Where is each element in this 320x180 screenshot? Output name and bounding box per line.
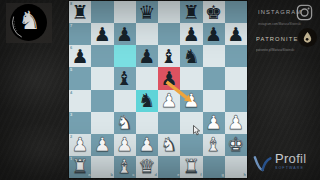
- channel-logo-tile: ♞: [6, 3, 52, 43]
- white-king-h2[interactable]: ♚: [227, 135, 244, 154]
- white-pawn-a2[interactable]: ♟: [72, 135, 89, 154]
- square-c2[interactable]: ♟: [114, 134, 136, 156]
- square-a1[interactable]: 1a♜: [69, 156, 91, 178]
- square-f1[interactable]: f♜: [180, 156, 202, 178]
- black-bishop-c5[interactable]: ♝: [116, 68, 133, 87]
- square-c7[interactable]: ♟: [114, 23, 136, 45]
- white-pawn-d2[interactable]: ♟: [138, 135, 155, 154]
- patronite-droplet-icon: [298, 28, 317, 47]
- white-knight-e2[interactable]: ♞: [161, 135, 178, 154]
- rank-label-5: 5: [70, 68, 72, 72]
- rank-label-3: 3: [70, 113, 72, 117]
- white-rook-f1[interactable]: ♜: [183, 157, 200, 176]
- black-knight-d4[interactable]: ♞: [138, 91, 155, 110]
- black-king-g8[interactable]: ♚: [205, 2, 222, 21]
- instagram-icon: [296, 4, 313, 21]
- square-f4[interactable]: ♟: [180, 90, 202, 112]
- board-grid[interactable]: 8♜♛♜♚7♟♟♟♟♟6♟♟♝♞5♝♟4♞♟♟3♞♟♟2♟♟♟♟♞♝♚1a♜bc…: [69, 1, 247, 178]
- square-h7[interactable]: ♟: [225, 23, 247, 45]
- square-c3[interactable]: ♞: [114, 112, 136, 134]
- square-g7[interactable]: ♟: [203, 23, 225, 45]
- square-a5[interactable]: 5: [69, 67, 91, 89]
- file-label-g: g: [221, 173, 223, 177]
- square-f8[interactable]: ♜: [180, 1, 202, 23]
- white-pawn-e4[interactable]: ♟: [161, 91, 178, 110]
- square-g8[interactable]: ♚: [203, 1, 225, 23]
- square-g3[interactable]: ♟: [203, 112, 225, 134]
- white-pawn-f4[interactable]: ♟: [183, 91, 200, 110]
- white-knight-c3[interactable]: ♞: [116, 113, 133, 132]
- square-g5[interactable]: [203, 67, 225, 89]
- black-pawn-b7[interactable]: ♟: [94, 24, 111, 43]
- square-e4[interactable]: ♟: [158, 90, 180, 112]
- black-pawn-e5[interactable]: ♟: [161, 68, 178, 87]
- rank-label-7: 7: [70, 24, 72, 28]
- white-pawn-c2[interactable]: ♟: [116, 135, 133, 154]
- square-f6[interactable]: ♞: [180, 45, 202, 67]
- square-f5[interactable]: [180, 67, 202, 89]
- square-b5[interactable]: [91, 67, 113, 89]
- square-h6[interactable]: [225, 45, 247, 67]
- black-rook-f8[interactable]: ♜: [183, 2, 200, 21]
- black-pawn-h7[interactable]: ♟: [227, 24, 244, 43]
- square-h3[interactable]: ♟: [225, 112, 247, 134]
- square-c4[interactable]: [114, 90, 136, 112]
- square-c8[interactable]: [114, 1, 136, 23]
- square-b2[interactable]: ♟: [91, 134, 113, 156]
- square-e1[interactable]: e: [158, 156, 180, 178]
- square-h8[interactable]: [225, 1, 247, 23]
- square-f7[interactable]: ♟: [180, 23, 202, 45]
- square-a8[interactable]: 8♜: [69, 1, 91, 23]
- file-label-f: f: [200, 173, 201, 177]
- square-d1[interactable]: d♛: [136, 156, 158, 178]
- square-b1[interactable]: b: [91, 156, 113, 178]
- black-pawn-f7[interactable]: ♟: [183, 24, 200, 43]
- square-e2[interactable]: ♞: [158, 134, 180, 156]
- square-e7[interactable]: [158, 23, 180, 45]
- knight-logo-icon: ♞: [18, 8, 40, 33]
- patronite-label: PATRONITE: [256, 36, 298, 42]
- square-d6[interactable]: ♟: [136, 45, 158, 67]
- sponsor-subtitle: SOFTWARE: [275, 166, 304, 170]
- instagram-url: instagram.com/MariuszSliwinski: [258, 22, 301, 25]
- black-rook-a8[interactable]: ♜: [72, 2, 89, 21]
- white-bishop-c1[interactable]: ♝: [116, 157, 133, 176]
- square-h5[interactable]: [225, 67, 247, 89]
- white-rook-a1[interactable]: ♜: [72, 157, 89, 176]
- black-pawn-a6[interactable]: ♟: [72, 46, 89, 65]
- channel-logo: ♞: [10, 4, 47, 41]
- black-bishop-e6[interactable]: ♝: [161, 46, 178, 65]
- black-pawn-d6[interactable]: ♟: [138, 46, 155, 65]
- square-g2[interactable]: ♝: [203, 134, 225, 156]
- video-frame: ♞ 8♜♛♜♚7♟♟♟♟♟6♟♟♝♞5♝♟4♞♟♟3♞♟♟2♟♟♟♟♞♝♚1a♜…: [0, 0, 320, 180]
- square-a7[interactable]: 7: [69, 23, 91, 45]
- square-d7[interactable]: [136, 23, 158, 45]
- square-b8[interactable]: [91, 1, 113, 23]
- square-c6[interactable]: [114, 45, 136, 67]
- square-d2[interactable]: ♟: [136, 134, 158, 156]
- patronite-url: patronite.pl/MariuszSliwinski: [256, 48, 294, 51]
- profil-swoosh-icon: [252, 154, 273, 174]
- square-b7[interactable]: ♟: [91, 23, 113, 45]
- white-pawn-h3[interactable]: ♟: [227, 113, 244, 132]
- square-a3[interactable]: 3: [69, 112, 91, 134]
- square-h2[interactable]: ♚: [225, 134, 247, 156]
- square-h1[interactable]: h: [225, 156, 247, 178]
- black-knight-f6[interactable]: ♞: [183, 46, 200, 65]
- file-label-h: h: [244, 173, 246, 177]
- white-queen-d1[interactable]: ♛: [138, 157, 155, 176]
- square-g6[interactable]: [203, 45, 225, 67]
- square-f3[interactable]: [180, 112, 202, 134]
- square-b3[interactable]: [91, 112, 113, 134]
- rank-label-4: 4: [70, 91, 72, 95]
- chess-board[interactable]: 8♜♛♜♚7♟♟♟♟♟6♟♟♝♞5♝♟4♞♟♟3♞♟♟2♟♟♟♟♞♝♚1a♜bc…: [69, 1, 247, 178]
- black-pawn-g7[interactable]: ♟: [205, 24, 222, 43]
- sponsor-name: Profil: [275, 152, 320, 165]
- square-a4[interactable]: 4: [69, 90, 91, 112]
- square-h4[interactable]: [225, 90, 247, 112]
- square-b4[interactable]: [91, 90, 113, 112]
- file-label-b: b: [110, 173, 112, 177]
- white-pawn-g3[interactable]: ♟: [205, 113, 222, 132]
- square-a6[interactable]: 6♟: [69, 45, 91, 67]
- square-d3[interactable]: [136, 112, 158, 134]
- square-b6[interactable]: [91, 45, 113, 67]
- square-a2[interactable]: 2♟: [69, 134, 91, 156]
- square-c5[interactable]: ♝: [114, 67, 136, 89]
- square-d4[interactable]: ♞: [136, 90, 158, 112]
- sponsor-logo: Profil SOFTWARE: [252, 152, 320, 175]
- square-g4[interactable]: [203, 90, 225, 112]
- square-d5[interactable]: [136, 67, 158, 89]
- square-e3[interactable]: [158, 112, 180, 134]
- file-label-e: e: [177, 173, 179, 177]
- square-f2[interactable]: [180, 134, 202, 156]
- black-queen-d8[interactable]: ♛: [138, 2, 155, 21]
- square-c1[interactable]: c♝: [114, 156, 136, 178]
- black-pawn-c7[interactable]: ♟: [116, 24, 133, 43]
- square-d8[interactable]: ♛: [136, 1, 158, 23]
- white-pawn-b2[interactable]: ♟: [94, 135, 111, 154]
- square-g1[interactable]: g: [203, 156, 225, 178]
- square-e6[interactable]: ♝: [158, 45, 180, 67]
- square-e5[interactable]: ♟: [158, 67, 180, 89]
- white-bishop-g2[interactable]: ♝: [205, 135, 222, 154]
- square-e8[interactable]: [158, 1, 180, 23]
